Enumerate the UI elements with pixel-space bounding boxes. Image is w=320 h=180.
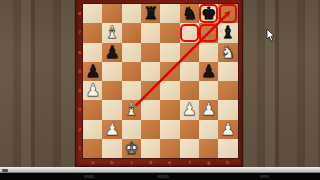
white-pawn-g3[interactable]: ♟ (199, 100, 218, 119)
black-rook-d8[interactable]: ♜ (141, 4, 160, 23)
white-bishop-c3[interactable]: ♝ (122, 100, 141, 119)
square-c1[interactable]: ♚ (122, 139, 141, 158)
desktop-background: { "game": "chess", "position": { "fen": … (0, 0, 320, 180)
square-b6[interactable]: ♟ (102, 43, 121, 62)
square-e2[interactable] (160, 120, 179, 139)
white-bishop-b7[interactable]: ♝ (102, 23, 121, 42)
square-a8[interactable] (83, 4, 102, 23)
rank-label-7: 7 (77, 26, 82, 40)
square-e5[interactable] (160, 62, 179, 81)
square-g8[interactable]: ♚ (199, 4, 218, 23)
square-h7[interactable]: ♝ (218, 23, 237, 42)
white-pawn-f3[interactable]: ♟ (180, 100, 199, 119)
square-f6[interactable] (180, 43, 199, 62)
file-label-b: b (105, 159, 119, 164)
chess-board[interactable]: ♜♞♚♝♝♟♞♟♟♟♝♟♟♟♟♚ (83, 4, 237, 158)
white-pawn-a4[interactable]: ♟ (83, 81, 102, 100)
square-b7[interactable]: ♝ (102, 23, 121, 42)
file-label-e: e (163, 159, 177, 164)
file-label-f: f (182, 159, 196, 164)
rank-label-8: 8 (77, 6, 82, 20)
square-h8[interactable] (218, 4, 237, 23)
square-a2[interactable] (83, 120, 102, 139)
square-f4[interactable] (180, 81, 199, 100)
square-c6[interactable] (122, 43, 141, 62)
square-g4[interactable] (199, 81, 218, 100)
file-label-g: g (201, 159, 215, 164)
square-b2[interactable]: ♟ (102, 120, 121, 139)
square-f5[interactable] (180, 62, 199, 81)
black-pawn-a5[interactable]: ♟ (83, 62, 102, 81)
square-a6[interactable] (83, 43, 102, 62)
square-f7[interactable] (180, 23, 199, 42)
square-a1[interactable] (83, 139, 102, 158)
square-e7[interactable] (160, 23, 179, 42)
file-label-d: d (143, 159, 157, 164)
black-pawn-b6[interactable]: ♟ (102, 43, 121, 62)
square-e8[interactable] (160, 4, 179, 23)
highlight-h8 (219, 4, 238, 23)
square-g3[interactable]: ♟ (199, 100, 218, 119)
square-d5[interactable] (141, 62, 160, 81)
square-d6[interactable] (141, 43, 160, 62)
square-h3[interactable] (218, 100, 237, 119)
square-c7[interactable] (122, 23, 141, 42)
square-c8[interactable] (122, 4, 141, 23)
square-f2[interactable] (180, 120, 199, 139)
file-labels: abcdefgh (83, 159, 237, 166)
square-d3[interactable] (141, 100, 160, 119)
square-f8[interactable]: ♞ (180, 4, 199, 23)
square-b4[interactable] (102, 81, 121, 100)
rank-label-6: 6 (77, 45, 82, 59)
file-label-h: h (221, 159, 235, 164)
black-knight-f8[interactable]: ♞ (180, 4, 199, 23)
square-f3[interactable]: ♟ (180, 100, 199, 119)
taskbar (0, 173, 320, 180)
white-pawn-h2[interactable]: ♟ (218, 120, 237, 139)
square-g6[interactable] (199, 43, 218, 62)
square-g7[interactable] (199, 23, 218, 42)
square-e3[interactable] (160, 100, 179, 119)
square-h4[interactable] (218, 81, 237, 100)
rank-labels: 87654321 (76, 4, 83, 158)
square-a5[interactable]: ♟ (83, 62, 102, 81)
square-h2[interactable]: ♟ (218, 120, 237, 139)
square-d8[interactable]: ♜ (141, 4, 160, 23)
mouse-cursor-icon (266, 29, 275, 42)
highlight-g7 (199, 24, 218, 43)
square-c5[interactable] (122, 62, 141, 81)
square-e4[interactable] (160, 81, 179, 100)
white-pawn-b2[interactable]: ♟ (102, 120, 121, 139)
file-label-c: c (124, 159, 138, 164)
square-g1[interactable] (199, 139, 218, 158)
status-bar-mark (2, 169, 8, 172)
square-d2[interactable] (141, 120, 160, 139)
square-e1[interactable] (160, 139, 179, 158)
square-b8[interactable] (102, 4, 121, 23)
taskbar-item (84, 175, 94, 178)
white-knight-h6[interactable]: ♞ (218, 43, 237, 62)
taskbar-item (157, 175, 169, 178)
black-pawn-g5[interactable]: ♟ (199, 62, 218, 81)
square-b3[interactable] (102, 100, 121, 119)
square-a3[interactable] (83, 100, 102, 119)
file-label-a: a (86, 159, 100, 164)
black-bishop-h7[interactable]: ♝ (218, 23, 237, 42)
square-f1[interactable] (180, 139, 199, 158)
square-b1[interactable] (102, 139, 121, 158)
square-h6[interactable]: ♞ (218, 43, 237, 62)
square-d1[interactable] (141, 139, 160, 158)
square-b5[interactable] (102, 62, 121, 81)
rank-label-1: 1 (77, 141, 82, 155)
taskbar-item (260, 175, 269, 178)
square-a7[interactable] (83, 23, 102, 42)
square-d7[interactable] (141, 23, 160, 42)
rank-label-4: 4 (77, 84, 82, 98)
square-d4[interactable] (141, 81, 160, 100)
black-king-g8[interactable]: ♚ (199, 4, 218, 23)
square-h5[interactable] (218, 62, 237, 81)
rank-label-5: 5 (77, 64, 82, 78)
white-king-c1[interactable]: ♚ (122, 139, 141, 158)
square-g5[interactable]: ♟ (199, 62, 218, 81)
square-c2[interactable] (122, 120, 141, 139)
square-a4[interactable]: ♟ (83, 81, 102, 100)
rank-label-3: 3 (77, 103, 82, 117)
rank-label-2: 2 (77, 122, 82, 136)
square-e6[interactable] (160, 43, 179, 62)
square-g2[interactable] (199, 120, 218, 139)
square-c3[interactable]: ♝ (122, 100, 141, 119)
highlight-f7 (180, 24, 199, 43)
square-c4[interactable] (122, 81, 141, 100)
square-h1[interactable] (218, 139, 237, 158)
